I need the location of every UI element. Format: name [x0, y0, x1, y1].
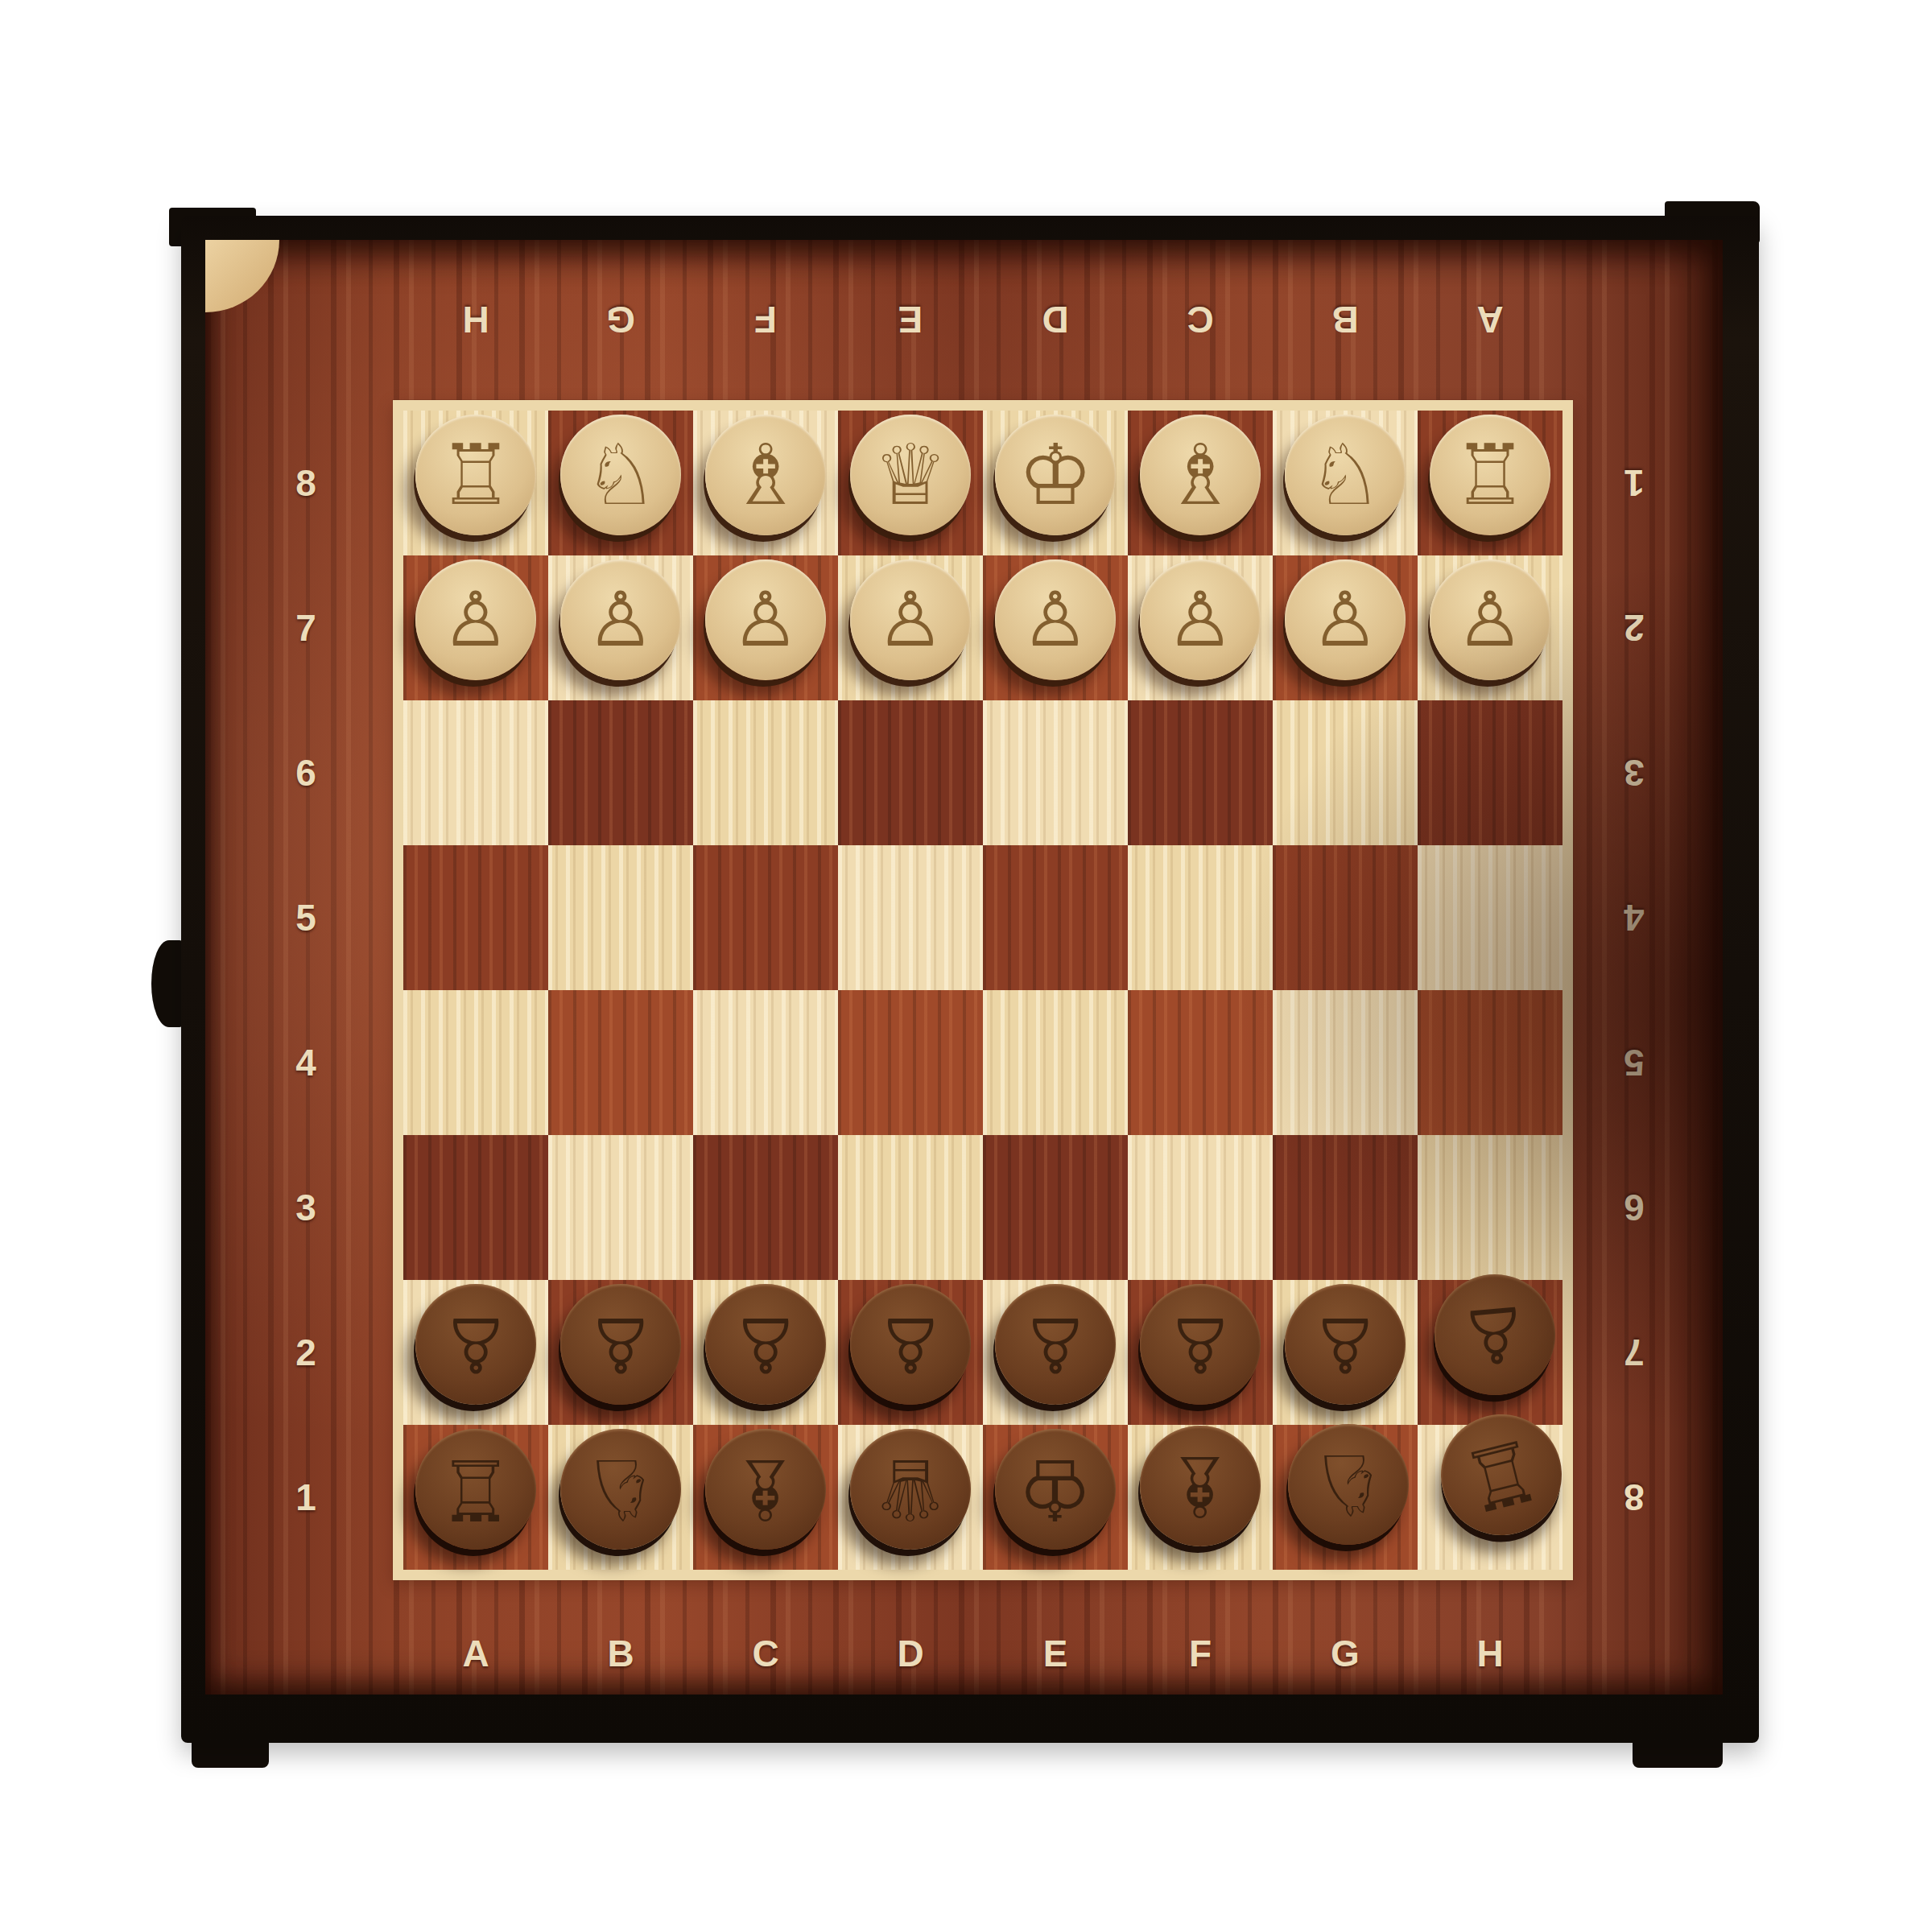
- rank-label-left-6: 6: [274, 747, 338, 799]
- pawn-engraving: ♙: [442, 1307, 510, 1382]
- square-g2[interactable]: ♙: [1273, 1280, 1418, 1425]
- file-label-top-A: A: [1458, 294, 1522, 345]
- rank-label-left-2: 2: [274, 1327, 338, 1378]
- square-e8[interactable]: ♔: [983, 411, 1128, 555]
- piece-light-pawn-a7[interactable]: ♙: [415, 559, 536, 680]
- file-label-top-H: H: [444, 294, 508, 345]
- square-c7[interactable]: ♙: [693, 555, 838, 700]
- bishop-engraving: ♗: [1162, 433, 1237, 517]
- square-a7[interactable]: ♙: [403, 555, 548, 700]
- pawn-engraving: ♙: [1166, 1307, 1234, 1382]
- piece-light-pawn-b7[interactable]: ♙: [560, 559, 681, 680]
- playing-area: ♖♘♗♕♔♗♘♖♙♙♙♙♙♙♙♙♙♙♙♙♙♙♙♙♖♘♗♕♔♗♘♖: [393, 400, 1573, 1580]
- board-wood: ♖♘♗♕♔♗♘♖♙♙♙♙♙♙♙♙♙♙♙♙♙♙♙♙♖♘♗♕♔♗♘♖ HGFEDCB…: [205, 240, 1723, 1695]
- bishop-engraving: ♗: [1162, 1444, 1237, 1528]
- square-a4[interactable]: [403, 990, 548, 1135]
- rank-label-right-8: 8: [1602, 1472, 1666, 1523]
- square-d2[interactable]: ♙: [838, 1280, 983, 1425]
- square-d3[interactable]: [838, 1135, 983, 1280]
- file-label-top-B: B: [1313, 294, 1377, 345]
- square-f5[interactable]: [1128, 845, 1273, 990]
- square-b3[interactable]: [548, 1135, 693, 1280]
- square-b8[interactable]: ♘: [548, 411, 693, 555]
- pawn-engraving: ♙: [877, 1307, 944, 1382]
- piece-light-pawn-f7[interactable]: ♙: [1140, 559, 1261, 680]
- square-e6[interactable]: [983, 700, 1128, 845]
- square-b4[interactable]: [548, 990, 693, 1135]
- rook-engraving: ♖: [1455, 1425, 1548, 1524]
- rank-label-right-4: 4: [1602, 892, 1666, 943]
- square-e5[interactable]: [983, 845, 1128, 990]
- square-f4[interactable]: [1128, 990, 1273, 1135]
- pawn-engraving: ♙: [587, 1307, 654, 1382]
- pawn-engraving: ♙: [877, 582, 944, 658]
- pawn-engraving: ♙: [732, 582, 799, 658]
- square-f2[interactable]: ♙: [1128, 1280, 1273, 1425]
- square-d4[interactable]: [838, 990, 983, 1135]
- knight-engraving: ♘: [583, 1447, 658, 1531]
- queen-engraving: ♕: [873, 433, 947, 517]
- piece-light-knight-g8[interactable]: ♘: [1285, 415, 1406, 535]
- piece-light-bishop-f8[interactable]: ♗: [1140, 415, 1261, 535]
- square-f6[interactable]: [1128, 700, 1273, 845]
- rank-label-right-3: 3: [1602, 747, 1666, 799]
- square-e1[interactable]: ♔: [983, 1425, 1128, 1570]
- piece-dark-pawn-h2[interactable]: ♙: [1430, 1269, 1561, 1401]
- piece-dark-rook-a1[interactable]: ♖: [415, 1429, 536, 1550]
- square-f8[interactable]: ♗: [1128, 411, 1273, 555]
- piece-light-pawn-g7[interactable]: ♙: [1285, 559, 1406, 680]
- piece-light-queen-d8[interactable]: ♕: [850, 415, 971, 535]
- rank-label-left-8: 8: [274, 457, 338, 509]
- bishop-engraving: ♗: [728, 433, 803, 517]
- square-f3[interactable]: [1128, 1135, 1273, 1280]
- file-label-top-D: D: [1023, 294, 1088, 345]
- square-a1[interactable]: ♖: [403, 1425, 548, 1570]
- pawn-engraving: ♙: [587, 582, 654, 658]
- square-g4[interactable]: [1273, 990, 1418, 1135]
- piece-dark-pawn-c2[interactable]: ♙: [705, 1284, 826, 1405]
- square-g6[interactable]: [1273, 700, 1418, 845]
- square-b7[interactable]: ♙: [548, 555, 693, 700]
- square-c4[interactable]: [693, 990, 838, 1135]
- pawn-engraving: ♙: [1458, 1294, 1532, 1376]
- pawn-engraving: ♙: [1166, 582, 1234, 658]
- square-c3[interactable]: [693, 1135, 838, 1280]
- square-h4[interactable]: [1418, 990, 1563, 1135]
- piece-light-pawn-h7[interactable]: ♙: [1430, 559, 1550, 680]
- piece-dark-pawn-g2[interactable]: ♙: [1285, 1284, 1406, 1405]
- square-e7[interactable]: ♙: [983, 555, 1128, 700]
- square-a5[interactable]: [403, 845, 548, 990]
- square-g1[interactable]: ♘: [1273, 1425, 1418, 1570]
- pawn-engraving: ♙: [1022, 1307, 1089, 1382]
- rook-engraving: ♖: [1452, 433, 1527, 517]
- square-h8[interactable]: ♖: [1418, 411, 1563, 555]
- square-g7[interactable]: ♙: [1273, 555, 1418, 700]
- piece-dark-knight-b1[interactable]: ♘: [560, 1429, 681, 1550]
- square-h1[interactable]: ♖: [1418, 1425, 1563, 1570]
- pawn-engraving: ♙: [442, 582, 510, 658]
- board-squares: ♖♘♗♕♔♗♘♖♙♙♙♙♙♙♙♙♙♙♙♙♙♙♙♙♖♘♗♕♔♗♘♖: [403, 411, 1563, 1570]
- square-b2[interactable]: ♙: [548, 1280, 693, 1425]
- file-label-bottom-H: H: [1458, 1628, 1522, 1679]
- piece-dark-pawn-b2[interactable]: ♙: [560, 1284, 681, 1405]
- pawn-engraving: ♙: [1311, 1307, 1379, 1382]
- file-label-bottom-A: A: [444, 1628, 508, 1679]
- file-label-top-G: G: [588, 294, 653, 345]
- square-g5[interactable]: [1273, 845, 1418, 990]
- piece-dark-bishop-f1[interactable]: ♗: [1140, 1426, 1261, 1546]
- rank-label-right-2: 2: [1602, 602, 1666, 654]
- knight-engraving: ♘: [1311, 1443, 1385, 1526]
- square-h5[interactable]: [1418, 845, 1563, 990]
- square-g3[interactable]: [1273, 1135, 1418, 1280]
- rook-engraving: ♖: [438, 433, 513, 517]
- file-label-bottom-E: E: [1023, 1628, 1088, 1679]
- knight-engraving: ♘: [1307, 433, 1382, 517]
- square-a8[interactable]: ♖: [403, 411, 548, 555]
- piece-light-pawn-d7[interactable]: ♙: [850, 559, 971, 680]
- queen-engraving: ♕: [873, 1447, 947, 1531]
- piece-light-pawn-e7[interactable]: ♙: [995, 559, 1116, 680]
- rank-label-right-1: 1: [1602, 457, 1666, 509]
- file-label-top-F: F: [733, 294, 798, 345]
- square-c2[interactable]: ♙: [693, 1280, 838, 1425]
- rank-label-left-3: 3: [274, 1182, 338, 1233]
- rank-label-left-7: 7: [274, 602, 338, 654]
- file-label-bottom-C: C: [733, 1628, 798, 1679]
- square-c8[interactable]: ♗: [693, 411, 838, 555]
- rank-label-left-5: 5: [274, 892, 338, 943]
- square-e4[interactable]: [983, 990, 1128, 1135]
- file-label-top-C: C: [1168, 294, 1232, 345]
- square-d1[interactable]: ♕: [838, 1425, 983, 1570]
- king-engraving: ♔: [1018, 1447, 1092, 1531]
- piece-dark-bishop-c1[interactable]: ♗: [705, 1429, 826, 1550]
- square-d6[interactable]: [838, 700, 983, 845]
- piece-dark-pawn-a2[interactable]: ♙: [415, 1284, 536, 1405]
- square-d5[interactable]: [838, 845, 983, 990]
- piece-light-rook-h8[interactable]: ♖: [1430, 415, 1550, 535]
- rook-engraving: ♖: [438, 1447, 513, 1531]
- file-label-bottom-F: F: [1168, 1628, 1232, 1679]
- file-label-top-E: E: [878, 294, 943, 345]
- square-b5[interactable]: [548, 845, 693, 990]
- square-f1[interactable]: ♗: [1128, 1425, 1273, 1570]
- pawn-engraving: ♙: [1456, 582, 1524, 658]
- square-a2[interactable]: ♙: [403, 1280, 548, 1425]
- piece-dark-pawn-d2[interactable]: ♙: [850, 1284, 971, 1405]
- square-c6[interactable]: [693, 700, 838, 845]
- square-h2[interactable]: ♙: [1418, 1280, 1563, 1425]
- file-label-bottom-D: D: [878, 1628, 943, 1679]
- piece-light-knight-b8[interactable]: ♘: [560, 415, 681, 535]
- square-a6[interactable]: [403, 700, 548, 845]
- piece-light-pawn-c7[interactable]: ♙: [705, 559, 826, 680]
- piece-dark-king-e1[interactable]: ♔: [995, 1429, 1116, 1550]
- rank-label-right-6: 6: [1602, 1182, 1666, 1233]
- piece-light-king-e8[interactable]: ♔: [995, 415, 1116, 535]
- piece-dark-pawn-e2[interactable]: ♙: [995, 1284, 1116, 1405]
- file-label-bottom-G: G: [1313, 1628, 1377, 1679]
- piece-dark-queen-d1[interactable]: ♕: [850, 1429, 971, 1550]
- rank-label-left-4: 4: [274, 1037, 338, 1088]
- piece-light-bishop-c8[interactable]: ♗: [705, 415, 826, 535]
- pawn-engraving: ♙: [732, 1307, 799, 1382]
- king-engraving: ♔: [1018, 433, 1092, 517]
- rank-label-right-5: 5: [1602, 1037, 1666, 1088]
- piece-dark-knight-g1[interactable]: ♘: [1288, 1424, 1409, 1545]
- bishop-engraving: ♗: [728, 1447, 803, 1531]
- square-b6[interactable]: [548, 700, 693, 845]
- corner-wood-chip: [205, 240, 279, 312]
- knight-engraving: ♘: [583, 433, 658, 517]
- square-h6[interactable]: [1418, 700, 1563, 845]
- square-f7[interactable]: ♙: [1128, 555, 1273, 700]
- pawn-engraving: ♙: [1311, 582, 1379, 658]
- square-e3[interactable]: [983, 1135, 1128, 1280]
- square-d8[interactable]: ♕: [838, 411, 983, 555]
- product-photo: ♖♘♗♕♔♗♘♖♙♙♙♙♙♙♙♙♙♙♙♙♙♙♙♙♖♘♗♕♔♗♘♖ HGFEDCB…: [0, 0, 1932, 1932]
- square-b1[interactable]: ♘: [548, 1425, 693, 1570]
- file-label-bottom-B: B: [588, 1628, 653, 1679]
- pawn-engraving: ♙: [1022, 582, 1089, 658]
- square-a3[interactable]: [403, 1135, 548, 1280]
- rank-label-left-1: 1: [274, 1472, 338, 1523]
- square-c1[interactable]: ♗: [693, 1425, 838, 1570]
- square-g8[interactable]: ♘: [1273, 411, 1418, 555]
- square-h3[interactable]: [1418, 1135, 1563, 1280]
- rank-label-right-7: 7: [1602, 1327, 1666, 1378]
- square-c5[interactable]: [693, 845, 838, 990]
- square-h7[interactable]: ♙: [1418, 555, 1563, 700]
- piece-dark-pawn-f2[interactable]: ♙: [1140, 1284, 1261, 1405]
- piece-light-rook-a8[interactable]: ♖: [415, 415, 536, 535]
- square-e2[interactable]: ♙: [983, 1280, 1128, 1425]
- square-d7[interactable]: ♙: [838, 555, 983, 700]
